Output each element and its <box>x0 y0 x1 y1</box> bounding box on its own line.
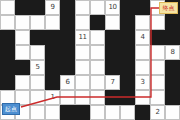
cell-r0c5[interactable] <box>75 0 90 15</box>
cell-r7c6[interactable] <box>90 105 105 120</box>
cell-r5c6[interactable] <box>90 75 105 90</box>
cell-r3c11[interactable]: 8 <box>165 45 180 60</box>
cell-r2c2-black <box>30 30 45 45</box>
cell-r6c5[interactable] <box>75 90 90 105</box>
cell-r4c3-black <box>45 60 60 75</box>
cell-r1c11-black <box>165 15 180 30</box>
cell-r5c2[interactable] <box>30 75 45 90</box>
cell-r0c8-black <box>120 0 135 15</box>
cell-r2c1[interactable] <box>15 30 30 45</box>
cell-r4c8-black <box>120 60 135 75</box>
cell-r4c10[interactable] <box>150 60 165 75</box>
cell-r7c10[interactable]: 2 <box>150 105 165 120</box>
cell-r4c6[interactable] <box>90 60 105 75</box>
cell-r4c1-black <box>15 60 30 75</box>
cell-r3c9[interactable] <box>135 45 150 60</box>
cell-r1c3[interactable] <box>45 15 60 30</box>
cell-r6c9[interactable] <box>135 90 150 105</box>
cell-r4c9[interactable] <box>135 60 150 75</box>
cell-r6c11-black <box>165 90 180 105</box>
cell-r3c1[interactable] <box>15 45 30 60</box>
cell-r0c1-black <box>15 0 30 15</box>
cell-r0c4-black <box>60 0 75 15</box>
cell-r6c4[interactable] <box>60 90 75 105</box>
cell-r3c4-black <box>60 45 75 60</box>
cell-r5c4[interactable]: 6 <box>60 75 75 90</box>
cell-r6c2[interactable] <box>30 90 45 105</box>
cell-r3c8-black <box>120 45 135 60</box>
cell-r7c2[interactable] <box>30 105 45 120</box>
start-marker[interactable]: 起点 <box>2 103 20 115</box>
cell-r1c9[interactable] <box>135 15 150 30</box>
cell-r2c0-black <box>0 30 15 45</box>
cell-r6c7-black <box>105 90 120 105</box>
cell-r1c6-black <box>90 15 105 30</box>
cell-r4c0-black <box>0 60 15 75</box>
cell-r7c8[interactable] <box>120 105 135 120</box>
cell-r7c9-black <box>135 105 150 120</box>
cell-r5c3-black <box>45 75 60 90</box>
cell-r7c5-black <box>75 105 90 120</box>
cell-r1c8-black <box>120 15 135 30</box>
cell-r1c4-black <box>60 15 75 30</box>
cell-r7c3[interactable] <box>45 105 60 120</box>
cell-r1c0[interactable] <box>0 15 15 30</box>
cell-r2c6[interactable] <box>90 30 105 45</box>
end-marker-label: 终点 <box>163 5 175 11</box>
cell-r5c0-black <box>0 75 15 90</box>
cell-r5c10[interactable] <box>150 75 165 90</box>
cell-r6c8-black <box>120 90 135 105</box>
cell-r3c7-black <box>105 45 120 60</box>
cell-r3c2[interactable] <box>30 45 45 60</box>
cell-r7c7[interactable] <box>105 105 120 120</box>
cell-r3c6[interactable] <box>90 45 105 60</box>
cell-r6c3[interactable]: 1 <box>45 90 60 105</box>
end-marker[interactable]: 终点 <box>159 2 178 14</box>
cell-r1c5[interactable] <box>75 15 90 30</box>
cell-r3c0-black <box>0 45 15 60</box>
cell-r4c7-black <box>105 60 120 75</box>
cell-r4c2[interactable]: 5 <box>30 60 45 75</box>
cell-r0c0[interactable] <box>0 0 15 15</box>
cell-r5c5[interactable] <box>75 75 90 90</box>
cell-r2c8-black <box>120 30 135 45</box>
cell-r2c9[interactable]: 4 <box>135 30 150 45</box>
cell-r0c6[interactable] <box>90 0 105 15</box>
cell-r5c7[interactable]: 7 <box>105 75 120 90</box>
cell-r2c5[interactable]: 11 <box>75 30 90 45</box>
cell-r0c3[interactable]: 9 <box>45 0 60 15</box>
cell-r3c10[interactable] <box>150 45 165 60</box>
cell-r5c1[interactable] <box>15 75 30 90</box>
cell-r6c6[interactable] <box>90 90 105 105</box>
cell-r2c3-black <box>45 30 60 45</box>
cell-r0c9-black <box>135 0 150 15</box>
cell-r2c7-black <box>105 30 120 45</box>
puzzle-board: 9101148567312 <box>0 0 180 120</box>
cell-r0c2-black <box>30 0 45 15</box>
cell-r2c4-black <box>60 30 75 45</box>
cell-r3c5[interactable] <box>75 45 90 60</box>
cell-r5c9[interactable]: 3 <box>135 75 150 90</box>
start-marker-label: 起点 <box>5 106 17 112</box>
cell-r1c1[interactable] <box>15 15 30 30</box>
cell-r1c10[interactable] <box>150 15 165 30</box>
cell-r1c7[interactable] <box>105 15 120 30</box>
cell-r4c5[interactable] <box>75 60 90 75</box>
cell-r4c11-black <box>165 60 180 75</box>
cell-r5c11-black <box>165 75 180 90</box>
cell-r5c8-black <box>120 75 135 90</box>
cell-r1c2[interactable] <box>30 15 45 30</box>
cell-r3c3-black <box>45 45 60 60</box>
cell-r0c7[interactable]: 10 <box>105 0 120 15</box>
cell-r6c10[interactable] <box>150 90 165 105</box>
cell-r2c11-black <box>165 30 180 45</box>
cell-r7c11[interactable] <box>165 105 180 120</box>
cell-r7c4-black <box>60 105 75 120</box>
cell-r4c4-black <box>60 60 75 75</box>
cell-r2c10-black <box>150 30 165 45</box>
